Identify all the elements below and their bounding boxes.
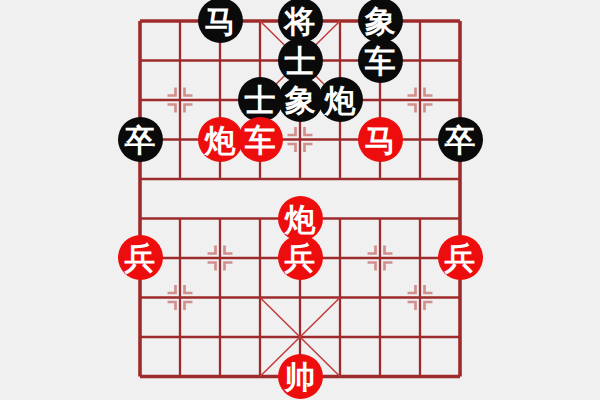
- piece-red-cannon[interactable]: 炮: [198, 117, 243, 162]
- piece-black-horse[interactable]: 马: [198, 0, 243, 43]
- piece-red-soldier[interactable]: 兵: [118, 235, 163, 280]
- piece-glyph: 兵: [125, 243, 156, 274]
- piece-glyph: 兵: [445, 243, 476, 274]
- piece-glyph: 马: [365, 125, 396, 156]
- piece-black-advisor[interactable]: 士: [238, 77, 283, 122]
- pieces-layer: 马将象士车士象炮卒卒炮车马炮兵兵兵帅: [120, 1, 480, 396]
- piece-black-elephant[interactable]: 象: [278, 77, 323, 122]
- piece-red-cannon[interactable]: 炮: [278, 196, 323, 241]
- piece-glyph: 象: [365, 6, 396, 37]
- piece-black-general[interactable]: 将: [278, 0, 323, 43]
- piece-glyph: 象: [285, 85, 316, 116]
- piece-glyph: 马: [205, 6, 236, 37]
- piece-red-soldier[interactable]: 兵: [278, 235, 323, 280]
- piece-red-soldier[interactable]: 兵: [438, 235, 483, 280]
- piece-glyph: 兵: [285, 243, 316, 274]
- piece-glyph: 炮: [205, 125, 236, 156]
- piece-black-advisor[interactable]: 士: [278, 38, 323, 83]
- piece-black-soldier[interactable]: 卒: [118, 117, 163, 162]
- piece-glyph: 士: [285, 46, 316, 77]
- piece-black-elephant[interactable]: 象: [358, 0, 403, 43]
- piece-red-horse[interactable]: 马: [358, 117, 403, 162]
- piece-glyph: 卒: [445, 125, 476, 156]
- piece-black-chariot[interactable]: 车: [358, 38, 403, 83]
- piece-black-soldier[interactable]: 卒: [438, 117, 483, 162]
- piece-red-general[interactable]: 帅: [278, 354, 323, 399]
- piece-glyph: 炮: [325, 85, 356, 116]
- piece-glyph: 士: [245, 85, 276, 116]
- xiangqi-board: 马将象士车士象炮卒卒炮车马炮兵兵兵帅: [0, 0, 600, 400]
- piece-glyph: 车: [245, 125, 276, 156]
- piece-glyph: 将: [285, 6, 316, 37]
- piece-glyph: 卒: [125, 125, 156, 156]
- piece-glyph: 车: [365, 46, 396, 77]
- piece-glyph: 帅: [285, 362, 316, 393]
- piece-glyph: 炮: [285, 204, 316, 235]
- piece-black-cannon[interactable]: 炮: [318, 77, 363, 122]
- piece-red-chariot[interactable]: 车: [238, 117, 283, 162]
